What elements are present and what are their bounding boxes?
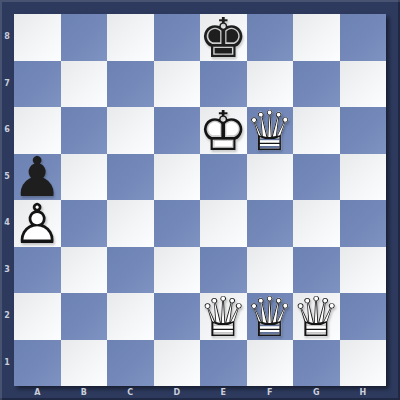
piece-outline: ♕ bbox=[247, 108, 294, 155]
square-g5[interactable] bbox=[293, 154, 340, 201]
square-a1[interactable] bbox=[14, 340, 61, 387]
square-d6[interactable] bbox=[154, 107, 201, 154]
square-c7[interactable] bbox=[107, 61, 154, 108]
square-e1[interactable] bbox=[200, 340, 247, 387]
piece-black-king[interactable]: ♚ bbox=[200, 14, 247, 61]
rank-label-1: 1 bbox=[0, 340, 14, 387]
square-b7[interactable] bbox=[61, 61, 108, 108]
rank-label-4: 4 bbox=[0, 200, 14, 247]
file-label-a: A bbox=[14, 386, 61, 400]
square-d8[interactable] bbox=[154, 14, 201, 61]
chess-board: ♚♚♔♛♕♟♟♙♛♕♛♕♛♕ 87654321 ABCDEFGH bbox=[0, 0, 400, 400]
square-h3[interactable] bbox=[340, 247, 387, 294]
file-label-g: G bbox=[293, 386, 340, 400]
rank-label-5: 5 bbox=[0, 154, 14, 201]
square-g2[interactable]: ♛♕ bbox=[293, 293, 340, 340]
square-h4[interactable] bbox=[340, 200, 387, 247]
square-c1[interactable] bbox=[107, 340, 154, 387]
piece-outline: ♔ bbox=[200, 108, 247, 155]
square-c2[interactable] bbox=[107, 293, 154, 340]
square-d7[interactable] bbox=[154, 61, 201, 108]
piece-white-queen[interactable]: ♛♕ bbox=[200, 293, 247, 340]
square-d3[interactable] bbox=[154, 247, 201, 294]
square-b2[interactable] bbox=[61, 293, 108, 340]
square-f2[interactable]: ♛♕ bbox=[247, 293, 294, 340]
square-h8[interactable] bbox=[340, 14, 387, 61]
square-c3[interactable] bbox=[107, 247, 154, 294]
square-g6[interactable] bbox=[293, 107, 340, 154]
square-g8[interactable] bbox=[293, 14, 340, 61]
square-h6[interactable] bbox=[340, 107, 387, 154]
rank-label-3: 3 bbox=[0, 247, 14, 294]
square-b1[interactable] bbox=[61, 340, 108, 387]
square-d5[interactable] bbox=[154, 154, 201, 201]
file-label-e: E bbox=[200, 386, 247, 400]
rank-label-2: 2 bbox=[0, 293, 14, 340]
rank-label-7: 7 bbox=[0, 61, 14, 108]
square-d4[interactable] bbox=[154, 200, 201, 247]
square-e8[interactable]: ♚ bbox=[200, 14, 247, 61]
board-squares: ♚♚♔♛♕♟♟♙♛♕♛♕♛♕ bbox=[14, 14, 386, 386]
square-d2[interactable] bbox=[154, 293, 201, 340]
rank-label-8: 8 bbox=[0, 14, 14, 61]
square-c5[interactable] bbox=[107, 154, 154, 201]
square-h5[interactable] bbox=[340, 154, 387, 201]
square-e5[interactable] bbox=[200, 154, 247, 201]
piece-white-queen[interactable]: ♛♕ bbox=[247, 107, 294, 154]
piece-white-queen[interactable]: ♛♕ bbox=[247, 293, 294, 340]
square-c4[interactable] bbox=[107, 200, 154, 247]
square-b3[interactable] bbox=[61, 247, 108, 294]
square-a3[interactable] bbox=[14, 247, 61, 294]
square-e6[interactable]: ♚♔ bbox=[200, 107, 247, 154]
piece-fill: ♚ bbox=[200, 15, 247, 62]
square-e4[interactable] bbox=[200, 200, 247, 247]
square-a2[interactable] bbox=[14, 293, 61, 340]
square-a8[interactable] bbox=[14, 14, 61, 61]
square-h1[interactable] bbox=[340, 340, 387, 387]
square-b6[interactable] bbox=[61, 107, 108, 154]
square-c6[interactable] bbox=[107, 107, 154, 154]
square-f6[interactable]: ♛♕ bbox=[247, 107, 294, 154]
square-g4[interactable] bbox=[293, 200, 340, 247]
square-b5[interactable] bbox=[61, 154, 108, 201]
file-label-d: D bbox=[154, 386, 201, 400]
square-g7[interactable] bbox=[293, 61, 340, 108]
square-f4[interactable] bbox=[247, 200, 294, 247]
file-label-f: F bbox=[247, 386, 294, 400]
file-label-c: C bbox=[107, 386, 154, 400]
square-a7[interactable] bbox=[14, 61, 61, 108]
file-label-h: H bbox=[340, 386, 387, 400]
rank-label-6: 6 bbox=[0, 107, 14, 154]
square-f1[interactable] bbox=[247, 340, 294, 387]
square-f5[interactable] bbox=[247, 154, 294, 201]
square-g1[interactable] bbox=[293, 340, 340, 387]
piece-outline: ♙ bbox=[14, 201, 61, 248]
square-f8[interactable] bbox=[247, 14, 294, 61]
square-e2[interactable]: ♛♕ bbox=[200, 293, 247, 340]
square-d1[interactable] bbox=[154, 340, 201, 387]
square-c8[interactable] bbox=[107, 14, 154, 61]
file-label-b: B bbox=[61, 386, 108, 400]
piece-white-queen[interactable]: ♛♕ bbox=[293, 293, 340, 340]
piece-outline: ♕ bbox=[293, 294, 340, 341]
square-h2[interactable] bbox=[340, 293, 387, 340]
piece-white-king[interactable]: ♚♔ bbox=[200, 107, 247, 154]
square-b8[interactable] bbox=[61, 14, 108, 61]
piece-outline: ♕ bbox=[200, 294, 247, 341]
square-b4[interactable] bbox=[61, 200, 108, 247]
piece-outline: ♕ bbox=[247, 294, 294, 341]
square-a4[interactable]: ♟♙ bbox=[14, 200, 61, 247]
piece-white-pawn[interactable]: ♟♙ bbox=[14, 200, 61, 247]
square-h7[interactable] bbox=[340, 61, 387, 108]
